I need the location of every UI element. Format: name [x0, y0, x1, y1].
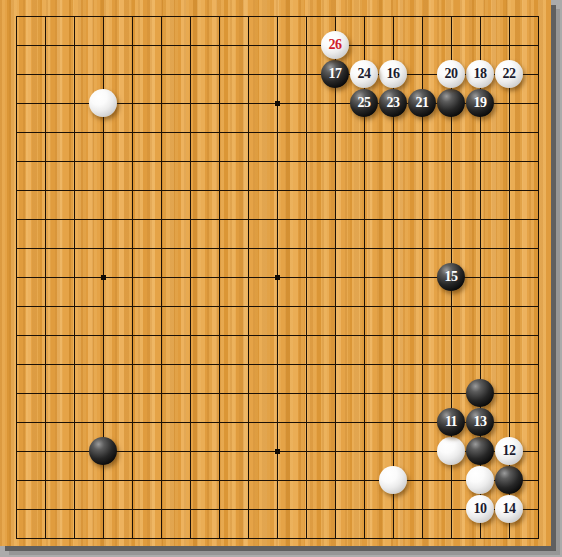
stone-black-move-11: 11 [437, 408, 465, 436]
stone-white-move-26: 26 [321, 31, 349, 59]
grid-line-vertical [538, 16, 539, 539]
move-number: 22 [503, 67, 516, 81]
page: 1011121314151617181920212223242526 [0, 0, 562, 557]
move-number: 25 [358, 96, 371, 110]
grid-line-horizontal [16, 538, 539, 539]
grid-line-horizontal [16, 509, 539, 510]
grid-line-vertical [335, 16, 336, 539]
star-point [275, 275, 280, 280]
go-board[interactable]: 1011121314151617181920212223242526 [0, 0, 551, 546]
stone-black-move-13: 13 [466, 408, 494, 436]
grid-line-vertical [306, 16, 307, 539]
move-number: 17 [329, 67, 342, 81]
star-point [101, 275, 106, 280]
stone-black-move-21: 21 [408, 89, 436, 117]
grid-line-horizontal [16, 335, 539, 336]
stone-white-move-12: 12 [495, 437, 523, 465]
grid-line-horizontal [16, 480, 539, 481]
stone-white-move-14: 14 [495, 495, 523, 523]
move-number: 23 [387, 96, 400, 110]
stone-white-move-20: 20 [437, 60, 465, 88]
stone-white-move-24: 24 [350, 60, 378, 88]
stone-black-move-23: 23 [379, 89, 407, 117]
stone-black [466, 437, 494, 465]
move-number: 13 [474, 415, 487, 429]
stone-white-move-10: 10 [466, 495, 494, 523]
stone-black [89, 437, 117, 465]
stone-black [437, 89, 465, 117]
stone-black-move-19: 19 [466, 89, 494, 117]
stone-white [379, 466, 407, 494]
star-point [275, 449, 280, 454]
move-number: 19 [474, 96, 487, 110]
move-number: 15 [445, 270, 458, 284]
move-number: 21 [416, 96, 429, 110]
move-number: 18 [474, 67, 487, 81]
stone-black-move-15: 15 [437, 263, 465, 291]
grid-line-horizontal [16, 364, 539, 365]
stone-black [495, 466, 523, 494]
stone-white-move-16: 16 [379, 60, 407, 88]
move-number: 14 [503, 502, 516, 516]
move-number: 26 [329, 38, 342, 52]
move-number: 16 [387, 67, 400, 81]
stone-white [437, 437, 465, 465]
move-number: 10 [474, 502, 487, 516]
move-number: 12 [503, 444, 516, 458]
stone-white-move-22: 22 [495, 60, 523, 88]
move-number: 24 [358, 67, 371, 81]
stone-black [466, 379, 494, 407]
stone-black-move-17: 17 [321, 60, 349, 88]
grid-line-horizontal [16, 306, 539, 307]
grid-line-horizontal [16, 393, 539, 394]
stone-white [89, 89, 117, 117]
move-number: 11 [445, 415, 457, 429]
star-point [275, 101, 280, 106]
stone-white-move-18: 18 [466, 60, 494, 88]
stone-black-move-25: 25 [350, 89, 378, 117]
move-number: 20 [445, 67, 458, 81]
stone-white [466, 466, 494, 494]
